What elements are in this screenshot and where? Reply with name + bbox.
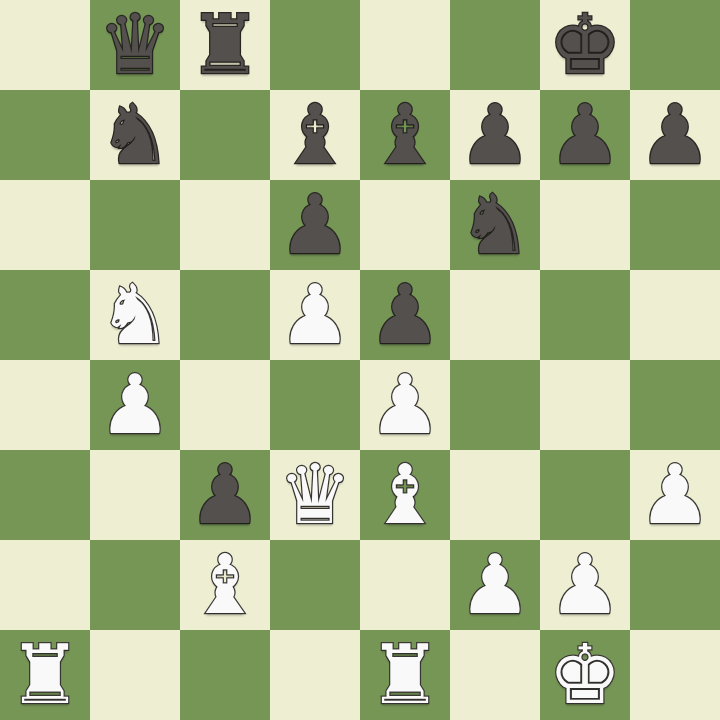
square-e3[interactable]: ♝ [360, 450, 450, 540]
square-f3[interactable] [450, 450, 540, 540]
square-c6[interactable] [180, 180, 270, 270]
square-d2[interactable] [270, 540, 360, 630]
black-rook[interactable]: ♜ [180, 0, 270, 90]
square-c4[interactable] [180, 360, 270, 450]
square-f2[interactable]: ♟ [450, 540, 540, 630]
square-c7[interactable] [180, 90, 270, 180]
white-pawn[interactable]: ♟ [360, 360, 450, 450]
square-c2[interactable]: ♝ [180, 540, 270, 630]
square-b8[interactable]: ♛ [90, 0, 180, 90]
square-f7[interactable]: ♟ [450, 90, 540, 180]
white-bishop[interactable]: ♝ [360, 450, 450, 540]
square-h4[interactable] [630, 360, 720, 450]
square-d8[interactable] [270, 0, 360, 90]
square-f6[interactable]: ♞ [450, 180, 540, 270]
square-g7[interactable]: ♟ [540, 90, 630, 180]
black-pawn[interactable]: ♟ [360, 270, 450, 360]
square-b3[interactable] [90, 450, 180, 540]
square-d6[interactable]: ♟ [270, 180, 360, 270]
square-h7[interactable]: ♟ [630, 90, 720, 180]
square-d3[interactable]: ♛ [270, 450, 360, 540]
square-b2[interactable] [90, 540, 180, 630]
square-a7[interactable] [0, 90, 90, 180]
square-h6[interactable] [630, 180, 720, 270]
square-a6[interactable] [0, 180, 90, 270]
square-h1[interactable] [630, 630, 720, 720]
square-e1[interactable]: ♜ [360, 630, 450, 720]
black-queen[interactable]: ♛ [90, 0, 180, 90]
square-a5[interactable] [0, 270, 90, 360]
square-e8[interactable] [360, 0, 450, 90]
white-pawn[interactable]: ♟ [450, 540, 540, 630]
black-bishop[interactable]: ♝ [270, 90, 360, 180]
square-g3[interactable] [540, 450, 630, 540]
white-queen[interactable]: ♛ [270, 450, 360, 540]
white-knight[interactable]: ♞ [90, 270, 180, 360]
white-rook[interactable]: ♜ [0, 630, 90, 720]
square-d1[interactable] [270, 630, 360, 720]
square-g6[interactable] [540, 180, 630, 270]
square-b4[interactable]: ♟ [90, 360, 180, 450]
white-pawn[interactable]: ♟ [270, 270, 360, 360]
white-rook[interactable]: ♜ [360, 630, 450, 720]
black-pawn[interactable]: ♟ [270, 180, 360, 270]
square-e5[interactable]: ♟ [360, 270, 450, 360]
square-h2[interactable] [630, 540, 720, 630]
square-g2[interactable]: ♟ [540, 540, 630, 630]
square-h8[interactable] [630, 0, 720, 90]
white-pawn[interactable]: ♟ [630, 450, 720, 540]
square-c8[interactable]: ♜ [180, 0, 270, 90]
square-d7[interactable]: ♝ [270, 90, 360, 180]
chess-board: ♛♜♚♞♝♝♟♟♟♟♞♞♟♟♟♟♟♛♝♟♝♟♟♜♜♚ [0, 0, 720, 720]
black-knight[interactable]: ♞ [450, 180, 540, 270]
square-b7[interactable]: ♞ [90, 90, 180, 180]
square-f4[interactable] [450, 360, 540, 450]
white-bishop[interactable]: ♝ [180, 540, 270, 630]
square-b5[interactable]: ♞ [90, 270, 180, 360]
square-h3[interactable]: ♟ [630, 450, 720, 540]
white-pawn[interactable]: ♟ [90, 360, 180, 450]
black-bishop[interactable]: ♝ [360, 90, 450, 180]
square-f1[interactable] [450, 630, 540, 720]
square-a2[interactable] [0, 540, 90, 630]
square-e4[interactable]: ♟ [360, 360, 450, 450]
square-e6[interactable] [360, 180, 450, 270]
black-pawn[interactable]: ♟ [630, 90, 720, 180]
square-a1[interactable]: ♜ [0, 630, 90, 720]
black-king[interactable]: ♚ [540, 0, 630, 90]
square-g1[interactable]: ♚ [540, 630, 630, 720]
square-f5[interactable] [450, 270, 540, 360]
square-d5[interactable]: ♟ [270, 270, 360, 360]
square-g8[interactable]: ♚ [540, 0, 630, 90]
square-b1[interactable] [90, 630, 180, 720]
black-pawn[interactable]: ♟ [540, 90, 630, 180]
square-e2[interactable] [360, 540, 450, 630]
square-a3[interactable] [0, 450, 90, 540]
white-king[interactable]: ♚ [540, 630, 630, 720]
black-pawn[interactable]: ♟ [450, 90, 540, 180]
square-g4[interactable] [540, 360, 630, 450]
black-pawn[interactable]: ♟ [180, 450, 270, 540]
square-c5[interactable] [180, 270, 270, 360]
square-f8[interactable] [450, 0, 540, 90]
square-c1[interactable] [180, 630, 270, 720]
square-e7[interactable]: ♝ [360, 90, 450, 180]
square-g5[interactable] [540, 270, 630, 360]
square-d4[interactable] [270, 360, 360, 450]
square-b6[interactable] [90, 180, 180, 270]
square-c3[interactable]: ♟ [180, 450, 270, 540]
square-a8[interactable] [0, 0, 90, 90]
square-a4[interactable] [0, 360, 90, 450]
black-knight[interactable]: ♞ [90, 90, 180, 180]
square-h5[interactable] [630, 270, 720, 360]
white-pawn[interactable]: ♟ [540, 540, 630, 630]
